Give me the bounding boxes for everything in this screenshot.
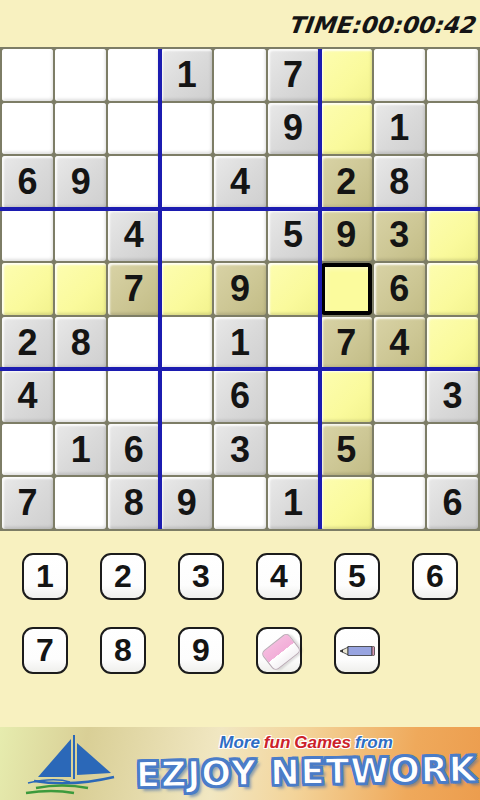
number-button-5[interactable]: 5 bbox=[334, 553, 380, 600]
ad-banner[interactable]: MorefunGamesfrom EZJOY NETWORK bbox=[0, 727, 480, 800]
cell-r4c1[interactable] bbox=[2, 210, 53, 262]
cell-r8c2[interactable]: 1 bbox=[55, 424, 106, 476]
cell-r8c9[interactable] bbox=[427, 424, 478, 476]
cell-r5c9[interactable] bbox=[427, 263, 478, 315]
cell-r7c6[interactable] bbox=[268, 370, 319, 422]
cell-r2c9[interactable] bbox=[427, 103, 478, 155]
cell-r8c7[interactable]: 5 bbox=[321, 424, 372, 476]
cell-r7c5[interactable]: 6 bbox=[214, 370, 265, 422]
cell-r9c2[interactable] bbox=[55, 477, 106, 529]
timer-display: TIME:00:00:42 bbox=[286, 12, 475, 38]
cell-r1c6[interactable]: 7 bbox=[268, 49, 319, 101]
cell-r4c7[interactable]: 9 bbox=[321, 210, 372, 262]
cell-r6c7[interactable]: 7 bbox=[321, 317, 372, 369]
cell-r1c4[interactable]: 1 bbox=[161, 49, 212, 101]
cell-r8c1[interactable] bbox=[2, 424, 53, 476]
number-button-3[interactable]: 3 bbox=[178, 553, 224, 600]
cell-r8c5[interactable]: 3 bbox=[214, 424, 265, 476]
banner-text: MorefunGamesfrom EZJOY NETWORK bbox=[132, 733, 480, 792]
number-button-2[interactable]: 2 bbox=[100, 553, 146, 600]
cell-r7c4[interactable] bbox=[161, 370, 212, 422]
cell-r3c1[interactable]: 6 bbox=[2, 156, 53, 208]
cell-r4c5[interactable] bbox=[214, 210, 265, 262]
cell-r9c4[interactable]: 9 bbox=[161, 477, 212, 529]
cell-r9c1[interactable]: 7 bbox=[2, 477, 53, 529]
cell-r2c6[interactable]: 9 bbox=[268, 103, 319, 155]
number-button-4[interactable]: 4 bbox=[256, 553, 302, 600]
sudoku-grid: 179169428459379628174463163578916 bbox=[0, 47, 480, 531]
cell-r6c8[interactable]: 4 bbox=[374, 317, 425, 369]
cell-r6c3[interactable] bbox=[108, 317, 159, 369]
banner-brand: EZJOY NETWORK bbox=[135, 749, 477, 795]
cell-r3c3[interactable] bbox=[108, 156, 159, 208]
cell-r1c3[interactable] bbox=[108, 49, 159, 101]
cell-r3c6[interactable] bbox=[268, 156, 319, 208]
cell-r7c2[interactable] bbox=[55, 370, 106, 422]
cell-r7c1[interactable]: 4 bbox=[2, 370, 53, 422]
eraser-button[interactable] bbox=[256, 627, 302, 674]
number-button-6[interactable]: 6 bbox=[412, 553, 458, 600]
cell-r5c8[interactable]: 6 bbox=[374, 263, 425, 315]
cell-r4c6[interactable]: 5 bbox=[268, 210, 319, 262]
cell-r8c3[interactable]: 6 bbox=[108, 424, 159, 476]
cell-r9c9[interactable]: 6 bbox=[427, 477, 478, 529]
cell-r2c3[interactable] bbox=[108, 103, 159, 155]
cell-r1c7[interactable] bbox=[321, 49, 372, 101]
cell-r5c3[interactable]: 7 bbox=[108, 263, 159, 315]
cell-r6c4[interactable] bbox=[161, 317, 212, 369]
cell-r2c2[interactable] bbox=[55, 103, 106, 155]
cell-r3c8[interactable]: 8 bbox=[374, 156, 425, 208]
cell-r4c9[interactable] bbox=[427, 210, 478, 262]
pencil-button[interactable] bbox=[334, 627, 380, 674]
cell-r4c8[interactable]: 3 bbox=[374, 210, 425, 262]
cell-r5c5[interactable]: 9 bbox=[214, 263, 265, 315]
pencil-icon bbox=[339, 645, 375, 657]
cell-r5c2[interactable] bbox=[55, 263, 106, 315]
top-bar: TIME:00:00:42 bbox=[0, 0, 480, 47]
cell-r6c2[interactable]: 8 bbox=[55, 317, 106, 369]
cell-r9c6[interactable]: 1 bbox=[268, 477, 319, 529]
cell-r1c2[interactable] bbox=[55, 49, 106, 101]
cell-r6c9[interactable] bbox=[427, 317, 478, 369]
cell-r8c8[interactable] bbox=[374, 424, 425, 476]
sailboat-logo-icon bbox=[14, 731, 132, 797]
cell-r9c8[interactable] bbox=[374, 477, 425, 529]
cell-r6c6[interactable] bbox=[268, 317, 319, 369]
cell-r5c6[interactable] bbox=[268, 263, 319, 315]
tagline-word: More bbox=[217, 733, 262, 752]
cell-r1c9[interactable] bbox=[427, 49, 478, 101]
cell-r1c8[interactable] bbox=[374, 49, 425, 101]
cell-r4c3[interactable]: 4 bbox=[108, 210, 159, 262]
sudoku-board-area: 179169428459379628174463163578916 bbox=[0, 47, 480, 531]
cell-r2c8[interactable]: 1 bbox=[374, 103, 425, 155]
cell-r5c7[interactable] bbox=[321, 263, 372, 315]
number-button-7[interactable]: 7 bbox=[22, 627, 68, 674]
eraser-icon bbox=[260, 632, 302, 672]
tagline-word: from bbox=[353, 733, 395, 752]
cell-r1c5[interactable] bbox=[214, 49, 265, 101]
tagline-word: Games bbox=[292, 733, 353, 752]
cell-r3c9[interactable] bbox=[427, 156, 478, 208]
cell-r7c7[interactable] bbox=[321, 370, 372, 422]
cell-r3c4[interactable] bbox=[161, 156, 212, 208]
number-button-1[interactable]: 1 bbox=[22, 553, 68, 600]
cell-r9c7[interactable] bbox=[321, 477, 372, 529]
numpad-row-1: 123456 bbox=[0, 553, 480, 600]
cell-r4c2[interactable] bbox=[55, 210, 106, 262]
cell-r5c1[interactable] bbox=[2, 263, 53, 315]
cell-r3c5[interactable]: 4 bbox=[214, 156, 265, 208]
cell-r9c3[interactable]: 8 bbox=[108, 477, 159, 529]
cell-r6c5[interactable]: 1 bbox=[214, 317, 265, 369]
cell-r2c5[interactable] bbox=[214, 103, 265, 155]
number-button-9[interactable]: 9 bbox=[178, 627, 224, 674]
cell-r8c4[interactable] bbox=[161, 424, 212, 476]
cell-r3c2[interactable]: 9 bbox=[55, 156, 106, 208]
cell-r4c4[interactable] bbox=[161, 210, 212, 262]
cell-r5c4[interactable] bbox=[161, 263, 212, 315]
cell-r2c7[interactable] bbox=[321, 103, 372, 155]
cell-r2c4[interactable] bbox=[161, 103, 212, 155]
cell-r9c5[interactable] bbox=[214, 477, 265, 529]
cell-r3c7[interactable]: 2 bbox=[321, 156, 372, 208]
cell-r2c1[interactable] bbox=[2, 103, 53, 155]
number-button-8[interactable]: 8 bbox=[100, 627, 146, 674]
cell-r1c1[interactable] bbox=[2, 49, 53, 101]
cell-r8c6[interactable] bbox=[268, 424, 319, 476]
tagline-word: fun bbox=[262, 733, 292, 752]
numpad-row-2: 789 bbox=[0, 627, 480, 674]
cell-r7c9[interactable]: 3 bbox=[427, 370, 478, 422]
cell-r7c3[interactable] bbox=[108, 370, 159, 422]
cell-r6c1[interactable]: 2 bbox=[2, 317, 53, 369]
cell-r7c8[interactable] bbox=[374, 370, 425, 422]
